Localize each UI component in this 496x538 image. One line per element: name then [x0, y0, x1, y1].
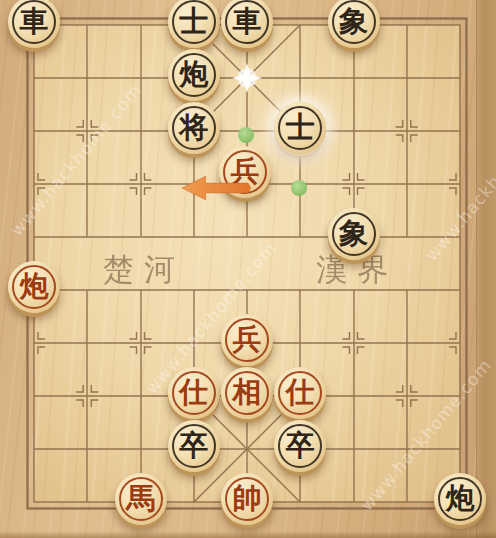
piece-red-elephant[interactable]: 相	[221, 367, 273, 419]
piece-character: 兵	[233, 325, 262, 354]
piece-character: 相	[233, 378, 262, 407]
piece-character: 象	[339, 7, 368, 36]
piece-character: 象	[339, 219, 368, 248]
piece-black-advisor[interactable]: 士	[168, 0, 220, 48]
xiangqi-board[interactable]: 楚河 漢界 車士車象炮将士兵象炮兵仕相仕卒卒馬帥炮 www.hackhome.c…	[0, 0, 496, 538]
piece-character: 将	[179, 113, 208, 142]
piece-character: 炮	[179, 60, 208, 89]
piece-black-cannon[interactable]: 炮	[434, 473, 486, 525]
piece-red-horse[interactable]: 馬	[115, 473, 167, 525]
piece-character: 士	[179, 7, 208, 36]
piece-black-soldier[interactable]: 卒	[274, 420, 326, 472]
piece-red-advisor[interactable]: 仕	[274, 367, 326, 419]
piece-character: 仕	[179, 378, 208, 407]
piece-black-elephant[interactable]: 象	[328, 0, 380, 48]
piece-character: 炮	[446, 484, 475, 513]
piece-red-soldier[interactable]: 兵	[221, 314, 273, 366]
board-side-edge	[476, 0, 496, 538]
piece-red-general[interactable]: 帥	[221, 473, 273, 525]
piece-black-soldier[interactable]: 卒	[168, 420, 220, 472]
piece-character: 卒	[286, 431, 315, 460]
piece-black-elephant[interactable]: 象	[328, 208, 380, 260]
piece-character: 仕	[286, 378, 315, 407]
board-bottom-edge	[0, 531, 496, 538]
piece-character: 帥	[233, 484, 262, 513]
legal-move-dot[interactable]	[238, 127, 254, 143]
piece-black-cannon[interactable]: 炮	[168, 49, 220, 101]
piece-character: 士	[286, 113, 315, 142]
piece-black-general[interactable]: 将	[168, 102, 220, 154]
piece-red-soldier[interactable]: 兵	[219, 146, 271, 198]
piece-character: 馬	[126, 484, 155, 513]
piece-character: 車	[20, 7, 49, 36]
piece-red-cannon[interactable]: 炮	[8, 261, 60, 313]
piece-character: 卒	[179, 431, 208, 460]
last-move-sparkle-icon	[225, 56, 269, 104]
piece-character: 車	[233, 7, 262, 36]
piece-red-advisor[interactable]: 仕	[168, 367, 220, 419]
piece-character: 炮	[20, 272, 49, 301]
piece-character: 兵	[231, 157, 260, 186]
piece-black-advisor[interactable]: 士	[274, 102, 326, 154]
